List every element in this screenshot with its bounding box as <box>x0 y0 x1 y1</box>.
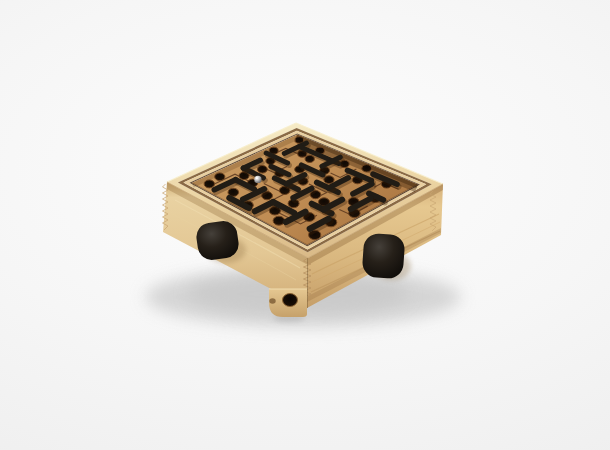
tab-notch <box>269 298 275 304</box>
maze-hole <box>273 216 285 225</box>
labyrinth-game-image <box>0 0 610 450</box>
steel-ball <box>254 176 261 183</box>
ball-return-tab <box>269 289 307 317</box>
steel-ball-sphere <box>254 176 261 183</box>
maze-hole <box>362 165 372 172</box>
ball-exit-hole <box>283 294 298 307</box>
maze-hole <box>295 137 304 144</box>
maze-hole <box>204 180 214 188</box>
maze-hole <box>215 173 225 181</box>
ball-glint <box>256 177 258 179</box>
product-photo: Wooden BRIO-style labyrinth tilt-maze ga… <box>0 0 610 450</box>
right-knob <box>362 233 406 280</box>
